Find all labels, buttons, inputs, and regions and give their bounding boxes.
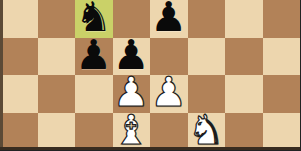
white-pawn[interactable]: ♟ — [150, 74, 187, 112]
chess-board-viewport: ♞♟♟♟♟♟♝♞ — [0, 0, 300, 150]
square-a5[interactable] — [0, 38, 38, 76]
white-knight[interactable]: ♞ — [188, 112, 225, 150]
white-bishop[interactable]: ♝ — [113, 112, 150, 150]
square-h3[interactable] — [263, 113, 301, 151]
square-b5[interactable] — [38, 38, 76, 76]
square-d3[interactable]: ♝ — [113, 113, 151, 151]
square-h6[interactable] — [263, 0, 301, 38]
square-b4[interactable] — [38, 75, 76, 113]
square-h5[interactable] — [263, 38, 301, 76]
square-c4[interactable] — [75, 75, 113, 113]
board-left-edge — [0, 0, 3, 150]
square-g6[interactable] — [225, 0, 263, 38]
square-c5[interactable]: ♟ — [75, 38, 113, 76]
square-e3[interactable] — [150, 113, 188, 151]
square-g4[interactable] — [225, 75, 263, 113]
square-f6[interactable] — [188, 0, 226, 38]
square-e4[interactable]: ♟ — [150, 75, 188, 113]
square-a6[interactable] — [0, 0, 38, 38]
square-e6[interactable]: ♟ — [150, 0, 188, 38]
square-h4[interactable] — [263, 75, 301, 113]
square-b6[interactable] — [38, 0, 76, 38]
chess-board[interactable]: ♞♟♟♟♟♟♝♞ — [0, 0, 300, 150]
square-a4[interactable] — [0, 75, 38, 113]
square-g5[interactable] — [225, 38, 263, 76]
square-b3[interactable] — [38, 113, 76, 151]
black-pawn[interactable]: ♟ — [75, 37, 112, 75]
black-pawn[interactable]: ♟ — [150, 0, 187, 37]
square-c3[interactable] — [75, 113, 113, 151]
square-a3[interactable] — [0, 113, 38, 151]
board-bottom-edge — [0, 147, 300, 150]
square-g3[interactable] — [225, 113, 263, 151]
square-f5[interactable] — [188, 38, 226, 76]
square-f3[interactable]: ♞ — [188, 113, 226, 151]
